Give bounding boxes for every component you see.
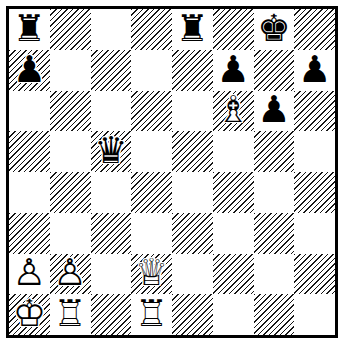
- black-piece-glyph: ♟: [254, 90, 295, 131]
- black-king[interactable]: ♚: [254, 9, 295, 50]
- square-d1[interactable]: ♜♖: [131, 294, 172, 335]
- square-a4[interactable]: [9, 172, 50, 213]
- square-b5[interactable]: [50, 131, 91, 172]
- square-b7[interactable]: [50, 50, 91, 91]
- square-f6[interactable]: ♝♗: [213, 91, 254, 132]
- square-e1[interactable]: [172, 294, 213, 335]
- square-b6[interactable]: [50, 91, 91, 132]
- square-f2[interactable]: [213, 254, 254, 295]
- square-e3[interactable]: [172, 213, 213, 254]
- square-e5[interactable]: [172, 131, 213, 172]
- white-rook[interactable]: ♜♖: [50, 294, 91, 335]
- square-a3[interactable]: [9, 213, 50, 254]
- square-b2[interactable]: ♟♙: [50, 254, 91, 295]
- square-h4[interactable]: [294, 172, 335, 213]
- white-rook[interactable]: ♜♖: [131, 294, 172, 335]
- square-d2[interactable]: ♛♕: [131, 254, 172, 295]
- square-g4[interactable]: [254, 172, 295, 213]
- white-piece-outline: ♖: [50, 293, 91, 334]
- square-e6[interactable]: [172, 91, 213, 132]
- square-g1[interactable]: [254, 294, 295, 335]
- square-d7[interactable]: [131, 50, 172, 91]
- square-g5[interactable]: [254, 131, 295, 172]
- square-h5[interactable]: [294, 131, 335, 172]
- square-c6[interactable]: [91, 91, 132, 132]
- square-e4[interactable]: [172, 172, 213, 213]
- black-pawn[interactable]: ♟: [254, 91, 295, 132]
- square-f8[interactable]: [213, 9, 254, 50]
- black-queen[interactable]: ♛: [91, 131, 132, 172]
- board-frame: ♜♜♚♟♟♟♝♗♟♛♟♙♟♙♛♕♚♔♜♖♜♖: [6, 6, 338, 338]
- square-b3[interactable]: [50, 213, 91, 254]
- square-b4[interactable]: [50, 172, 91, 213]
- square-f7[interactable]: ♟: [213, 50, 254, 91]
- black-piece-glyph: ♜: [9, 8, 50, 49]
- square-a7[interactable]: ♟: [9, 50, 50, 91]
- white-piece-outline: ♙: [50, 253, 91, 294]
- black-rook[interactable]: ♜: [9, 9, 50, 50]
- square-e7[interactable]: [172, 50, 213, 91]
- square-d4[interactable]: [131, 172, 172, 213]
- square-a2[interactable]: ♟♙: [9, 254, 50, 295]
- square-a8[interactable]: ♜: [9, 9, 50, 50]
- square-c5[interactable]: ♛: [91, 131, 132, 172]
- square-b8[interactable]: [50, 9, 91, 50]
- white-piece-outline: ♖: [131, 293, 172, 334]
- square-a5[interactable]: [9, 131, 50, 172]
- square-c8[interactable]: [91, 9, 132, 50]
- black-piece-glyph: ♛: [91, 130, 132, 171]
- square-c2[interactable]: [91, 254, 132, 295]
- chess-board: ♜♜♚♟♟♟♝♗♟♛♟♙♟♙♛♕♚♔♜♖♜♖: [9, 9, 335, 335]
- square-h7[interactable]: ♟: [294, 50, 335, 91]
- square-c1[interactable]: [91, 294, 132, 335]
- square-f5[interactable]: [213, 131, 254, 172]
- square-c3[interactable]: [91, 213, 132, 254]
- black-piece-glyph: ♟: [9, 49, 50, 90]
- square-c7[interactable]: [91, 50, 132, 91]
- square-g2[interactable]: [254, 254, 295, 295]
- square-f4[interactable]: [213, 172, 254, 213]
- black-pawn[interactable]: ♟: [213, 50, 254, 91]
- black-pawn[interactable]: ♟: [294, 50, 335, 91]
- black-piece-glyph: ♟: [294, 49, 335, 90]
- square-h3[interactable]: [294, 213, 335, 254]
- white-piece-outline: ♔: [9, 293, 50, 334]
- black-piece-glyph: ♜: [172, 8, 213, 49]
- square-d6[interactable]: [131, 91, 172, 132]
- square-d5[interactable]: [131, 131, 172, 172]
- white-pawn[interactable]: ♟♙: [50, 254, 91, 295]
- square-d3[interactable]: [131, 213, 172, 254]
- black-pawn[interactable]: ♟: [9, 50, 50, 91]
- white-piece-outline: ♗: [213, 90, 254, 131]
- white-bishop[interactable]: ♝♗: [213, 91, 254, 132]
- square-g8[interactable]: ♚: [254, 9, 295, 50]
- square-g6[interactable]: ♟: [254, 91, 295, 132]
- white-piece-outline: ♕: [131, 253, 172, 294]
- square-b1[interactable]: ♜♖: [50, 294, 91, 335]
- square-g7[interactable]: [254, 50, 295, 91]
- chess-diagram: ♜♜♚♟♟♟♝♗♟♛♟♙♟♙♛♕♚♔♜♖♜♖: [0, 0, 350, 350]
- square-g3[interactable]: [254, 213, 295, 254]
- black-piece-glyph: ♟: [213, 49, 254, 90]
- black-rook[interactable]: ♜: [172, 9, 213, 50]
- square-d8[interactable]: [131, 9, 172, 50]
- square-h2[interactable]: [294, 254, 335, 295]
- square-h6[interactable]: [294, 91, 335, 132]
- white-king[interactable]: ♚♔: [9, 294, 50, 335]
- square-c4[interactable]: [91, 172, 132, 213]
- white-queen[interactable]: ♛♕: [131, 254, 172, 295]
- square-h8[interactable]: [294, 9, 335, 50]
- white-pawn[interactable]: ♟♙: [9, 254, 50, 295]
- black-piece-glyph: ♚: [254, 8, 295, 49]
- square-f3[interactable]: [213, 213, 254, 254]
- square-f1[interactable]: [213, 294, 254, 335]
- square-e8[interactable]: ♜: [172, 9, 213, 50]
- square-a1[interactable]: ♚♔: [9, 294, 50, 335]
- white-piece-outline: ♙: [9, 253, 50, 294]
- square-a6[interactable]: [9, 91, 50, 132]
- square-e2[interactable]: [172, 254, 213, 295]
- square-h1[interactable]: [294, 294, 335, 335]
